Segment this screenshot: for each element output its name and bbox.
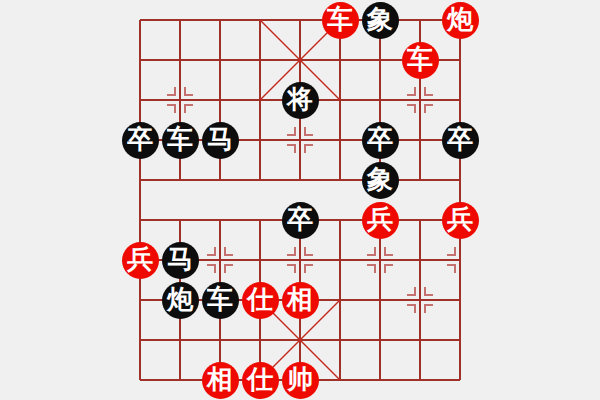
piece-red-general[interactable]: 帅 xyxy=(282,362,319,399)
piece-red-soldier[interactable]: 兵 xyxy=(122,242,159,279)
xiangqi-board-canvas: 车象炮车将卒车马卒卒象卒兵兵兵马炮车仕相相仕帅 xyxy=(0,0,600,400)
piece-black-general[interactable]: 将 xyxy=(282,82,319,119)
xiangqi-board[interactable]: 车象炮车将卒车马卒卒象卒兵兵兵马炮车仕相相仕帅 xyxy=(120,0,480,400)
piece-red-chariot[interactable]: 车 xyxy=(402,42,439,79)
piece-red-advisor[interactable]: 仕 xyxy=(242,282,279,319)
piece-black-soldier[interactable]: 卒 xyxy=(442,122,479,159)
piece-red-advisor[interactable]: 仕 xyxy=(242,362,279,399)
piece-red-chariot[interactable]: 车 xyxy=(322,2,359,39)
piece-red-elephant[interactable]: 相 xyxy=(282,282,319,319)
piece-black-soldier[interactable]: 卒 xyxy=(362,122,399,159)
piece-black-chariot[interactable]: 车 xyxy=(162,122,199,159)
piece-black-horse[interactable]: 马 xyxy=(162,242,199,279)
piece-red-elephant[interactable]: 相 xyxy=(202,362,239,399)
piece-red-soldier[interactable]: 兵 xyxy=(362,202,399,239)
piece-black-horse[interactable]: 马 xyxy=(202,122,239,159)
piece-black-elephant[interactable]: 象 xyxy=(362,2,399,39)
piece-red-cannon[interactable]: 炮 xyxy=(442,2,479,39)
piece-black-chariot[interactable]: 车 xyxy=(202,282,239,319)
piece-black-soldier[interactable]: 卒 xyxy=(282,202,319,239)
piece-black-cannon[interactable]: 炮 xyxy=(162,282,199,319)
piece-black-soldier[interactable]: 卒 xyxy=(122,122,159,159)
piece-red-soldier[interactable]: 兵 xyxy=(442,202,479,239)
piece-black-elephant[interactable]: 象 xyxy=(362,162,399,199)
